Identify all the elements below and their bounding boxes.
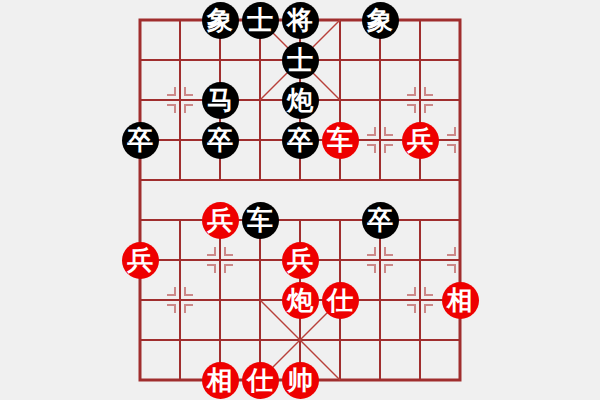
piece-red-soldier[interactable]: 兵 xyxy=(122,242,159,279)
piece-red-soldier[interactable]: 兵 xyxy=(282,242,319,279)
board-point[interactable] xyxy=(200,40,240,80)
board-point[interactable] xyxy=(160,320,200,360)
piece-black-soldier[interactable]: 卒 xyxy=(202,122,239,159)
board-point[interactable] xyxy=(360,40,400,80)
board-point[interactable] xyxy=(400,40,440,80)
board-point[interactable]: 兵 xyxy=(200,200,240,240)
board-point[interactable] xyxy=(400,320,440,360)
board-point[interactable] xyxy=(120,320,160,360)
board-point[interactable]: 炮 xyxy=(280,80,320,120)
board-point[interactable] xyxy=(360,240,400,280)
board-point[interactable] xyxy=(440,120,480,160)
board-point[interactable]: 兵 xyxy=(120,240,160,280)
board-point[interactable]: 马 xyxy=(200,80,240,120)
piece-black-advisor[interactable]: 士 xyxy=(282,42,319,79)
piece-black-advisor[interactable]: 士 xyxy=(242,2,279,39)
board-point[interactable] xyxy=(160,40,200,80)
board-point[interactable] xyxy=(320,80,360,120)
board-point[interactable]: 士 xyxy=(240,0,280,40)
board-point[interactable] xyxy=(240,240,280,280)
board-point[interactable]: 士 xyxy=(280,40,320,80)
piece-red-soldier[interactable]: 兵 xyxy=(202,202,239,239)
board-point[interactable] xyxy=(160,360,200,400)
piece-red-chariot[interactable]: 车 xyxy=(322,122,359,159)
piece-black-cannon[interactable]: 炮 xyxy=(282,82,319,119)
board-point[interactable]: 象 xyxy=(200,0,240,40)
piece-red-general[interactable]: 帅 xyxy=(282,362,319,399)
piece-red-elephant[interactable]: 相 xyxy=(202,362,239,399)
board-point[interactable] xyxy=(240,120,280,160)
board-points: 象士将象士马炮卒卒卒车兵兵车卒兵兵炮仕相相仕帅 xyxy=(120,0,480,400)
board-point[interactable] xyxy=(240,40,280,80)
board-point[interactable] xyxy=(160,200,200,240)
board-point[interactable] xyxy=(360,120,400,160)
board-point[interactable] xyxy=(360,80,400,120)
board-point[interactable] xyxy=(120,40,160,80)
board-point[interactable]: 卒 xyxy=(360,200,400,240)
board-point[interactable]: 仕 xyxy=(240,360,280,400)
board-point[interactable] xyxy=(240,160,280,200)
board-point[interactable]: 兵 xyxy=(280,240,320,280)
board-point[interactable]: 兵 xyxy=(400,120,440,160)
piece-black-soldier[interactable]: 卒 xyxy=(362,202,399,239)
board-point[interactable] xyxy=(160,280,200,320)
board-point[interactable] xyxy=(160,160,200,200)
board-point[interactable] xyxy=(320,240,360,280)
board-point[interactable]: 炮 xyxy=(280,280,320,320)
board-point[interactable] xyxy=(440,0,480,40)
board-point[interactable] xyxy=(160,80,200,120)
piece-black-soldier[interactable]: 卒 xyxy=(282,122,319,159)
piece-red-cannon[interactable]: 炮 xyxy=(282,282,319,319)
board-point[interactable]: 帅 xyxy=(280,360,320,400)
board-point[interactable] xyxy=(240,280,280,320)
xiangqi-board: 象士将象士马炮卒卒卒车兵兵车卒兵兵炮仕相相仕帅 xyxy=(0,0,600,400)
board-point[interactable] xyxy=(400,80,440,120)
board-point[interactable] xyxy=(360,160,400,200)
board-point[interactable] xyxy=(320,320,360,360)
board-point[interactable] xyxy=(360,320,400,360)
piece-red-advisor[interactable]: 仕 xyxy=(322,282,359,319)
board-point[interactable]: 相 xyxy=(200,360,240,400)
board-point[interactable]: 仕 xyxy=(320,280,360,320)
piece-black-elephant[interactable]: 象 xyxy=(202,2,239,39)
board-point[interactable] xyxy=(200,240,240,280)
board-point[interactable]: 将 xyxy=(280,0,320,40)
board-point[interactable]: 卒 xyxy=(120,120,160,160)
board-point[interactable]: 车 xyxy=(240,200,280,240)
board-point[interactable] xyxy=(440,240,480,280)
board-point[interactable] xyxy=(120,200,160,240)
board-point[interactable]: 相 xyxy=(440,280,480,320)
board-point[interactable] xyxy=(160,240,200,280)
board-point[interactable] xyxy=(120,160,160,200)
board-point[interactable] xyxy=(400,280,440,320)
board-point[interactable] xyxy=(400,200,440,240)
board-point[interactable] xyxy=(280,200,320,240)
board-point[interactable] xyxy=(240,80,280,120)
board-point[interactable] xyxy=(320,200,360,240)
piece-black-elephant[interactable]: 象 xyxy=(362,2,399,39)
board-point[interactable] xyxy=(440,40,480,80)
board-point[interactable]: 卒 xyxy=(280,120,320,160)
board-point[interactable] xyxy=(440,80,480,120)
board-point[interactable] xyxy=(280,320,320,360)
board-point[interactable] xyxy=(440,360,480,400)
piece-black-general[interactable]: 将 xyxy=(282,2,319,39)
piece-red-advisor[interactable]: 仕 xyxy=(242,362,279,399)
board-point[interactable] xyxy=(400,360,440,400)
board-point[interactable] xyxy=(400,0,440,40)
board-point[interactable] xyxy=(360,360,400,400)
board-point[interactable] xyxy=(120,0,160,40)
board-point[interactable] xyxy=(120,80,160,120)
board-point[interactable] xyxy=(320,40,360,80)
board-point[interactable] xyxy=(400,240,440,280)
board-point[interactable]: 车 xyxy=(320,120,360,160)
board-point[interactable] xyxy=(200,280,240,320)
piece-black-horse[interactable]: 马 xyxy=(202,82,239,119)
board-point[interactable]: 卒 xyxy=(200,120,240,160)
board-point[interactable] xyxy=(200,320,240,360)
piece-red-soldier[interactable]: 兵 xyxy=(402,122,439,159)
board-point[interactable] xyxy=(440,320,480,360)
board-point[interactable] xyxy=(320,0,360,40)
board-point[interactable] xyxy=(240,320,280,360)
board-point[interactable] xyxy=(400,160,440,200)
board-point[interactable] xyxy=(200,160,240,200)
board-point[interactable]: 象 xyxy=(360,0,400,40)
board-point[interactable] xyxy=(280,160,320,200)
board-point[interactable] xyxy=(440,200,480,240)
board-point[interactable] xyxy=(320,360,360,400)
board-point[interactable] xyxy=(440,160,480,200)
piece-black-chariot[interactable]: 车 xyxy=(242,202,279,239)
board-point[interactable] xyxy=(160,0,200,40)
board-point[interactable] xyxy=(160,120,200,160)
piece-red-elephant[interactable]: 相 xyxy=(442,282,479,319)
board-point[interactable] xyxy=(320,160,360,200)
board-point[interactable] xyxy=(360,280,400,320)
board-point[interactable] xyxy=(120,280,160,320)
board-point[interactable] xyxy=(120,360,160,400)
piece-black-soldier[interactable]: 卒 xyxy=(122,122,159,159)
